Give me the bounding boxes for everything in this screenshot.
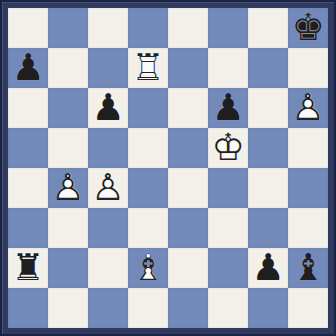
square-h2[interactable]: ♝: [288, 248, 328, 288]
square-a3[interactable]: [8, 208, 48, 248]
square-c5[interactable]: [88, 128, 128, 168]
black-piece-fill: ♟: [88, 88, 128, 128]
square-h5[interactable]: [288, 128, 328, 168]
square-a8[interactable]: [8, 8, 48, 48]
square-e4[interactable]: [168, 168, 208, 208]
square-d4[interactable]: [128, 168, 168, 208]
square-b7[interactable]: [48, 48, 88, 88]
square-g4[interactable]: [248, 168, 288, 208]
square-b8[interactable]: [48, 8, 88, 48]
square-f1[interactable]: [208, 288, 248, 328]
square-f3[interactable]: [208, 208, 248, 248]
board-frame: ♚♟♜♖♟♟♟♙♚♔♟♙♟♙♜♝♗♟♝: [0, 0, 336, 336]
black-pawn-piece[interactable]: ♟: [88, 88, 128, 128]
white-piece-outline: ♗: [128, 248, 168, 288]
square-g2[interactable]: ♟: [248, 248, 288, 288]
square-h3[interactable]: [288, 208, 328, 248]
square-h6[interactable]: ♟♙: [288, 88, 328, 128]
chess-board: ♚♟♜♖♟♟♟♙♚♔♟♙♟♙♜♝♗♟♝: [8, 8, 328, 328]
square-b6[interactable]: [48, 88, 88, 128]
white-bishop-piece[interactable]: ♝♗: [128, 248, 168, 288]
black-king-piece[interactable]: ♚: [288, 8, 328, 48]
square-c4[interactable]: ♟♙: [88, 168, 128, 208]
square-d6[interactable]: [128, 88, 168, 128]
square-a2[interactable]: ♜: [8, 248, 48, 288]
square-b1[interactable]: [48, 288, 88, 328]
black-pawn-piece[interactable]: ♟: [208, 88, 248, 128]
black-pawn-piece[interactable]: ♟: [248, 248, 288, 288]
white-pawn-piece[interactable]: ♟♙: [48, 168, 88, 208]
square-e2[interactable]: [168, 248, 208, 288]
square-f6[interactable]: ♟: [208, 88, 248, 128]
black-piece-fill: ♟: [208, 88, 248, 128]
black-piece-fill: ♟: [8, 48, 48, 88]
square-a7[interactable]: ♟: [8, 48, 48, 88]
square-d3[interactable]: [128, 208, 168, 248]
white-piece-outline: ♙: [48, 168, 88, 208]
square-c2[interactable]: [88, 248, 128, 288]
black-rook-piece[interactable]: ♜: [8, 248, 48, 288]
square-d7[interactable]: ♜♖: [128, 48, 168, 88]
black-piece-fill: ♟: [248, 248, 288, 288]
black-bishop-piece[interactable]: ♝: [288, 248, 328, 288]
square-g8[interactable]: [248, 8, 288, 48]
square-a6[interactable]: [8, 88, 48, 128]
white-king-piece[interactable]: ♚♔: [208, 128, 248, 168]
square-d2[interactable]: ♝♗: [128, 248, 168, 288]
square-c6[interactable]: ♟: [88, 88, 128, 128]
square-f8[interactable]: [208, 8, 248, 48]
white-pawn-piece[interactable]: ♟♙: [288, 88, 328, 128]
square-a1[interactable]: [8, 288, 48, 328]
square-d5[interactable]: [128, 128, 168, 168]
square-h4[interactable]: [288, 168, 328, 208]
square-f5[interactable]: ♚♔: [208, 128, 248, 168]
square-b4[interactable]: ♟♙: [48, 168, 88, 208]
square-h8[interactable]: ♚: [288, 8, 328, 48]
square-g6[interactable]: [248, 88, 288, 128]
square-g5[interactable]: [248, 128, 288, 168]
white-piece-outline: ♖: [128, 48, 168, 88]
square-e6[interactable]: [168, 88, 208, 128]
square-c7[interactable]: [88, 48, 128, 88]
white-piece-outline: ♔: [208, 128, 248, 168]
square-f7[interactable]: [208, 48, 248, 88]
white-piece-outline: ♙: [288, 88, 328, 128]
black-pawn-piece[interactable]: ♟: [8, 48, 48, 88]
square-e3[interactable]: [168, 208, 208, 248]
white-rook-piece[interactable]: ♜♖: [128, 48, 168, 88]
square-e5[interactable]: [168, 128, 208, 168]
black-piece-fill: ♜: [8, 248, 48, 288]
square-c3[interactable]: [88, 208, 128, 248]
square-a5[interactable]: [8, 128, 48, 168]
square-e7[interactable]: [168, 48, 208, 88]
square-g3[interactable]: [248, 208, 288, 248]
white-piece-outline: ♙: [88, 168, 128, 208]
square-h1[interactable]: [288, 288, 328, 328]
square-a4[interactable]: [8, 168, 48, 208]
square-g1[interactable]: [248, 288, 288, 328]
square-c1[interactable]: [88, 288, 128, 328]
square-e1[interactable]: [168, 288, 208, 328]
square-h7[interactable]: [288, 48, 328, 88]
square-e8[interactable]: [168, 8, 208, 48]
square-c8[interactable]: [88, 8, 128, 48]
square-d1[interactable]: [128, 288, 168, 328]
square-f4[interactable]: [208, 168, 248, 208]
square-d8[interactable]: [128, 8, 168, 48]
black-piece-fill: ♝: [288, 248, 328, 288]
square-b2[interactable]: [48, 248, 88, 288]
square-b3[interactable]: [48, 208, 88, 248]
white-pawn-piece[interactable]: ♟♙: [88, 168, 128, 208]
square-g7[interactable]: [248, 48, 288, 88]
square-b5[interactable]: [48, 128, 88, 168]
square-f2[interactable]: [208, 248, 248, 288]
black-piece-fill: ♚: [288, 8, 328, 48]
